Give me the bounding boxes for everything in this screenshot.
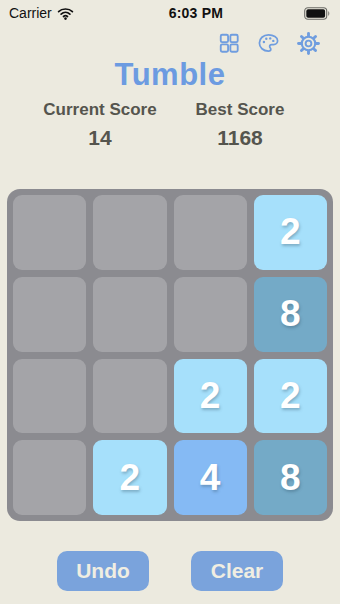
battery-icon [304, 7, 331, 20]
grid-layout-icon[interactable] [217, 32, 240, 55]
wifi-icon [57, 7, 74, 20]
app-screen: Carrier 6:03 PM [0, 0, 340, 604]
current-score-value: 14 [30, 126, 170, 150]
best-score-label: Best Score [170, 100, 310, 120]
current-score-label: Current Score [30, 100, 170, 120]
board-cell: 2 [254, 359, 327, 434]
best-score: Best Score 1168 [170, 100, 310, 150]
page-title: Tumble [0, 57, 340, 93]
board-cell: 2 [174, 359, 247, 434]
board-cell [174, 277, 247, 352]
board-cell [93, 195, 166, 270]
board-cell [13, 359, 86, 434]
board-cell [93, 277, 166, 352]
action-bar: Undo Clear [0, 551, 340, 591]
board-cell: 4 [174, 440, 247, 515]
status-bar: Carrier 6:03 PM [0, 0, 340, 23]
board-cell [13, 195, 86, 270]
board-cell: 8 [254, 440, 327, 515]
undo-button[interactable]: Undo [57, 551, 149, 591]
best-score-value: 1168 [170, 126, 310, 150]
palette-icon[interactable] [257, 32, 280, 55]
board-cell [13, 440, 86, 515]
board-cell: 2 [254, 195, 327, 270]
clock: 6:03 PM [169, 5, 223, 21]
carrier-label: Carrier [9, 5, 52, 21]
board-cell [174, 195, 247, 270]
board-cell: 8 [254, 277, 327, 352]
gear-icon[interactable] [297, 32, 320, 55]
current-score: Current Score 14 [30, 100, 170, 150]
toolbar [0, 23, 340, 56]
board-cell [13, 277, 86, 352]
score-panel: Current Score 14 Best Score 1168 [0, 100, 340, 150]
board-cell: 2 [93, 440, 166, 515]
board-cell [93, 359, 166, 434]
game-board[interactable]: 2 8 2 2 2 4 8 [7, 189, 333, 521]
clear-button[interactable]: Clear [191, 551, 283, 591]
